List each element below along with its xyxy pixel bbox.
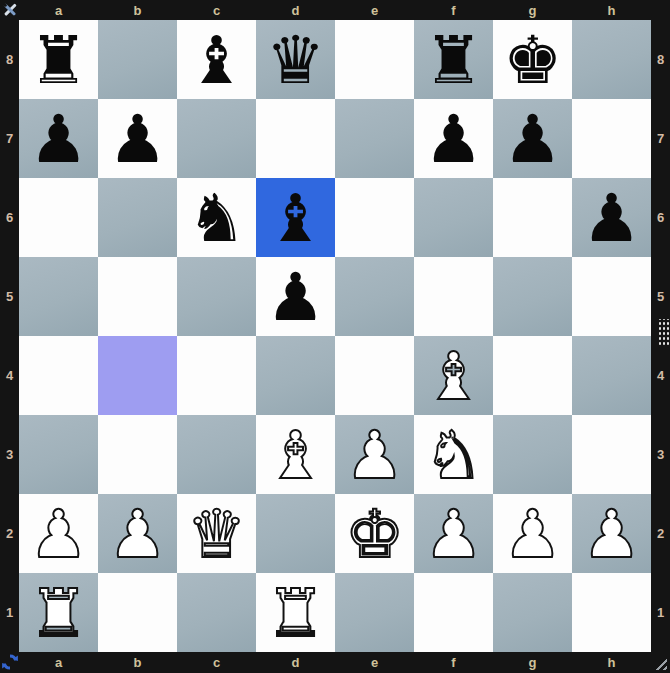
square-c8[interactable]: ♝	[177, 20, 256, 99]
white-rook[interactable]: ♜	[29, 581, 88, 647]
black-bishop[interactable]: ♝	[187, 28, 246, 94]
square-a5[interactable]	[19, 257, 98, 336]
rank-label-6: 6	[651, 178, 670, 257]
black-knight[interactable]: ♞	[187, 186, 246, 252]
file-label-f: f	[414, 652, 493, 673]
square-f1[interactable]	[414, 573, 493, 652]
square-e8[interactable]	[335, 20, 414, 99]
rank-label-1: 1	[0, 573, 19, 652]
square-h2[interactable]: ♟	[572, 494, 651, 573]
rank-label-4: 4	[0, 336, 19, 415]
white-bishop[interactable]: ♝	[424, 344, 483, 410]
square-h7[interactable]	[572, 99, 651, 178]
white-bishop[interactable]: ♝	[266, 423, 325, 489]
square-e6[interactable]	[335, 178, 414, 257]
square-f5[interactable]	[414, 257, 493, 336]
black-rook[interactable]: ♜	[29, 28, 88, 94]
file-label-g: g	[493, 652, 572, 673]
white-pawn[interactable]: ♟	[582, 502, 641, 568]
rank-label-7: 7	[0, 99, 19, 178]
square-d5[interactable]: ♟	[256, 257, 335, 336]
square-b8[interactable]	[98, 20, 177, 99]
square-c7[interactable]	[177, 99, 256, 178]
black-pawn[interactable]: ♟	[29, 107, 88, 173]
rank-label-8: 8	[0, 20, 19, 99]
square-c2[interactable]: ♛	[177, 494, 256, 573]
square-d3[interactable]: ♝	[256, 415, 335, 494]
white-pawn[interactable]: ♟	[108, 502, 167, 568]
square-f4[interactable]: ♝	[414, 336, 493, 415]
square-d6[interactable]: ♝	[256, 178, 335, 257]
file-label-d: d	[256, 652, 335, 673]
square-d7[interactable]	[256, 99, 335, 178]
square-d2[interactable]	[256, 494, 335, 573]
square-a6[interactable]	[19, 178, 98, 257]
file-labels-bottom: abcdefgh	[19, 652, 651, 673]
file-label-h: h	[572, 0, 651, 20]
file-label-a: a	[19, 0, 98, 20]
square-e1[interactable]	[335, 573, 414, 652]
square-b2[interactable]: ♟	[98, 494, 177, 573]
rank-label-2: 2	[651, 494, 670, 573]
square-e5[interactable]	[335, 257, 414, 336]
file-label-f: f	[414, 0, 493, 20]
white-rook[interactable]: ♜	[266, 581, 325, 647]
square-a7[interactable]: ♟	[19, 99, 98, 178]
file-label-b: b	[98, 652, 177, 673]
square-b5[interactable]	[98, 257, 177, 336]
rank-label-4: 4	[651, 336, 670, 415]
refresh-icon[interactable]	[1, 653, 19, 671]
black-queen[interactable]: ♛	[266, 28, 325, 94]
rank-label-1: 1	[651, 573, 670, 652]
black-pawn[interactable]: ♟	[424, 107, 483, 173]
square-b7[interactable]: ♟	[98, 99, 177, 178]
square-c3[interactable]	[177, 415, 256, 494]
square-f7[interactable]: ♟	[414, 99, 493, 178]
white-pawn[interactable]: ♟	[424, 502, 483, 568]
square-g7[interactable]: ♟	[493, 99, 572, 178]
file-label-c: c	[177, 652, 256, 673]
square-h3[interactable]	[572, 415, 651, 494]
file-label-e: e	[335, 652, 414, 673]
square-b4[interactable]	[98, 336, 177, 415]
file-label-a: a	[19, 652, 98, 673]
square-h4[interactable]	[572, 336, 651, 415]
rank-label-8: 8	[651, 20, 670, 99]
black-pawn[interactable]: ♟	[503, 107, 562, 173]
square-a3[interactable]	[19, 415, 98, 494]
rank-label-2: 2	[0, 494, 19, 573]
white-pawn[interactable]: ♟	[345, 423, 404, 489]
square-c1[interactable]	[177, 573, 256, 652]
white-king[interactable]: ♚	[345, 502, 404, 568]
square-h6[interactable]: ♟	[572, 178, 651, 257]
square-d4[interactable]	[256, 336, 335, 415]
rank-label-6: 6	[0, 178, 19, 257]
square-a1[interactable]: ♜	[19, 573, 98, 652]
square-h5[interactable]	[572, 257, 651, 336]
square-g8[interactable]: ♚	[493, 20, 572, 99]
white-pawn[interactable]: ♟	[503, 502, 562, 568]
rank-label-3: 3	[651, 415, 670, 494]
square-a8[interactable]: ♜	[19, 20, 98, 99]
rank-labels-left: 87654321	[0, 20, 19, 652]
rank-label-5: 5	[0, 257, 19, 336]
square-e2[interactable]: ♚	[335, 494, 414, 573]
file-label-d: d	[256, 0, 335, 20]
white-queen[interactable]: ♛	[187, 502, 246, 568]
square-g2[interactable]: ♟	[493, 494, 572, 573]
file-label-b: b	[98, 0, 177, 20]
board: ♜♝♛♜♚♟♟♟♟♞♝♟♟♝♝♟♞♟♟♛♚♟♟♟♜♜	[19, 20, 651, 652]
square-f6[interactable]	[414, 178, 493, 257]
square-g5[interactable]	[493, 257, 572, 336]
file-label-h: h	[572, 652, 651, 673]
chess-board-widget: abcdefgh 87654321 87654321 abcdefgh ♜♝♛♜…	[0, 0, 670, 673]
rank-label-7: 7	[651, 99, 670, 178]
rank-label-3: 3	[0, 415, 19, 494]
square-c5[interactable]	[177, 257, 256, 336]
square-b1[interactable]	[98, 573, 177, 652]
square-f3[interactable]: ♞	[414, 415, 493, 494]
square-d8[interactable]: ♛	[256, 20, 335, 99]
square-b3[interactable]	[98, 415, 177, 494]
square-d1[interactable]: ♜	[256, 573, 335, 652]
resize-handle-icon[interactable]	[652, 655, 667, 670]
file-labels-top: abcdefgh	[19, 0, 651, 20]
square-c4[interactable]	[177, 336, 256, 415]
square-a2[interactable]: ♟	[19, 494, 98, 573]
square-e7[interactable]	[335, 99, 414, 178]
square-e3[interactable]: ♟	[335, 415, 414, 494]
black-king[interactable]: ♚	[503, 28, 562, 94]
square-f8[interactable]: ♜	[414, 20, 493, 99]
square-g3[interactable]	[493, 415, 572, 494]
square-b6[interactable]	[98, 178, 177, 257]
black-bishop[interactable]: ♝	[266, 186, 325, 252]
file-label-e: e	[335, 0, 414, 20]
black-pawn[interactable]: ♟	[108, 107, 167, 173]
black-pawn[interactable]: ♟	[582, 186, 641, 252]
square-c6[interactable]: ♞	[177, 178, 256, 257]
square-a4[interactable]	[19, 336, 98, 415]
black-rook[interactable]: ♜	[424, 28, 483, 94]
square-g4[interactable]	[493, 336, 572, 415]
square-g6[interactable]	[493, 178, 572, 257]
square-h1[interactable]	[572, 573, 651, 652]
square-g1[interactable]	[493, 573, 572, 652]
white-knight[interactable]: ♞	[424, 423, 483, 489]
square-f2[interactable]: ♟	[414, 494, 493, 573]
file-label-g: g	[493, 0, 572, 20]
drag-grip-icon[interactable]	[657, 319, 669, 347]
tools-icon[interactable]	[1, 1, 19, 19]
square-h8[interactable]	[572, 20, 651, 99]
white-pawn[interactable]: ♟	[29, 502, 88, 568]
black-pawn[interactable]: ♟	[266, 265, 325, 331]
square-e4[interactable]	[335, 336, 414, 415]
file-label-c: c	[177, 0, 256, 20]
